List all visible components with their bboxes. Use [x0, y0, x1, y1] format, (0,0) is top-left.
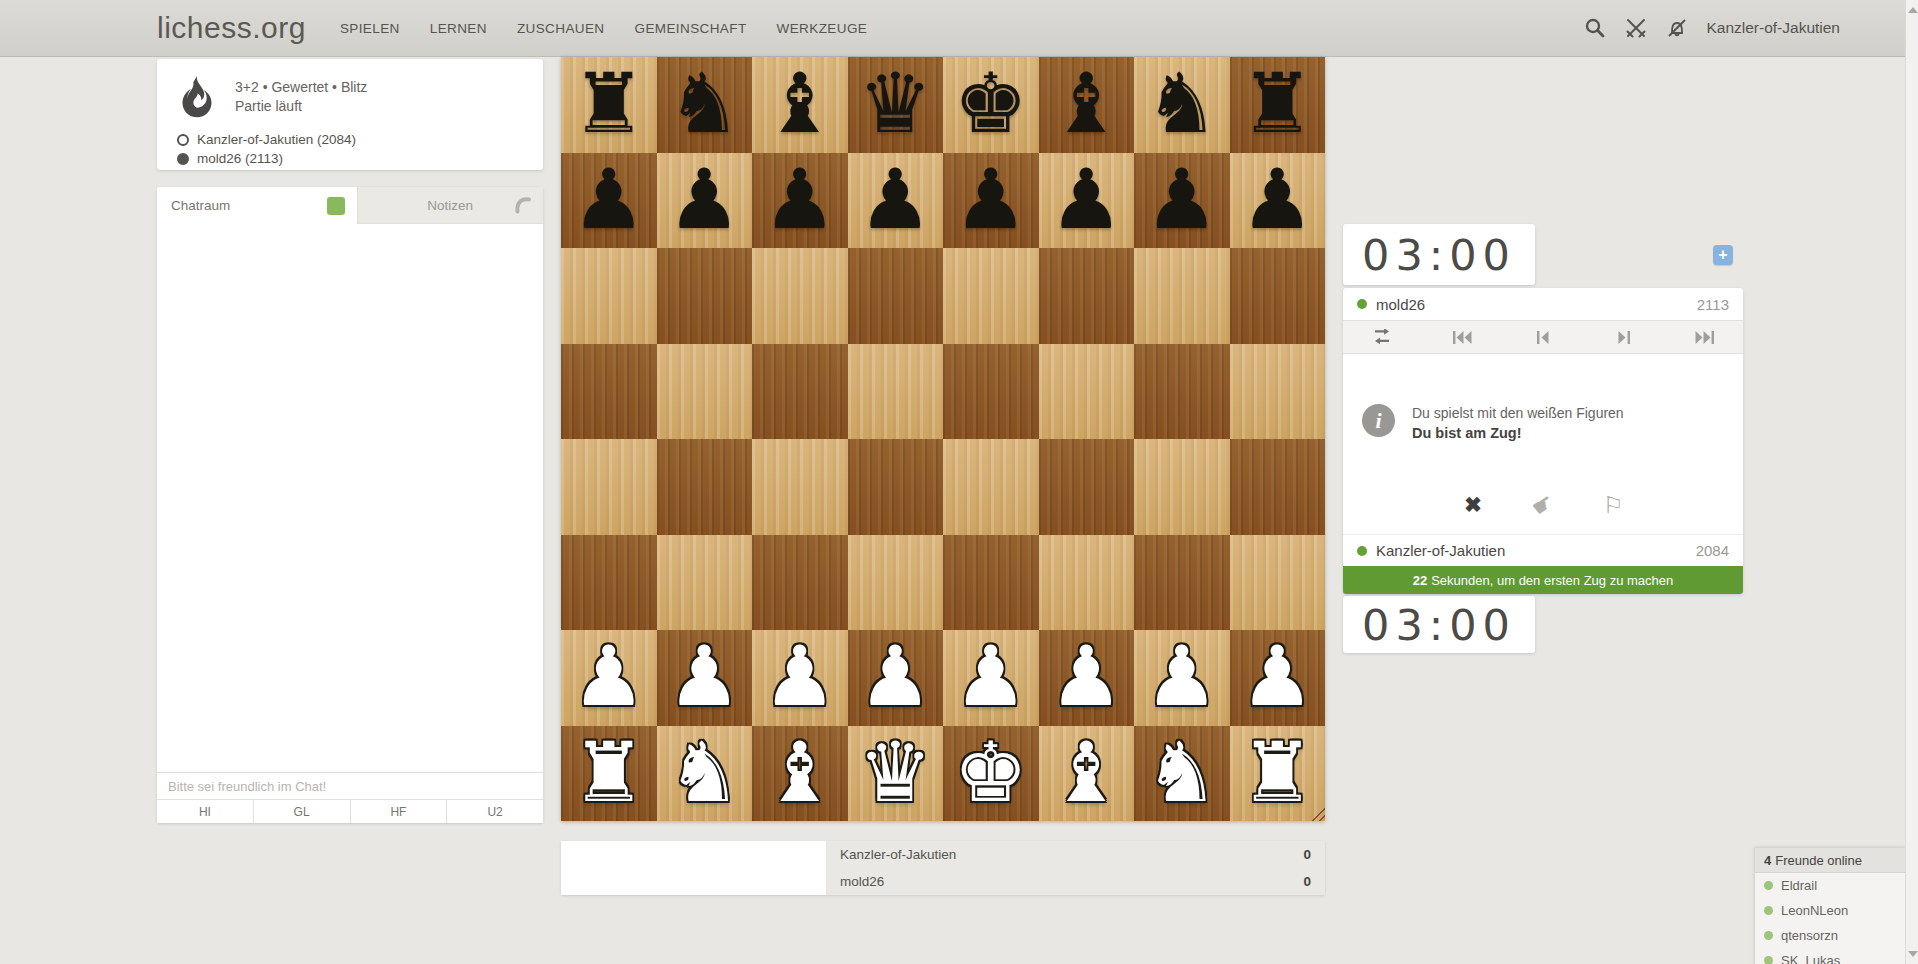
square-f6[interactable] — [1039, 248, 1135, 344]
square-h3[interactable] — [1230, 535, 1326, 631]
square-d4[interactable] — [848, 439, 944, 535]
chat-toggle[interactable] — [327, 197, 345, 215]
game-side-panel: mold26 2113 i Du spielst mit den weißen … — [1343, 288, 1743, 594]
abort-game-icon[interactable]: ✖ — [1460, 492, 1486, 518]
square-e5[interactable] — [943, 344, 1039, 440]
white-r-piece[interactable]: ♜ — [561, 726, 657, 820]
white-player-disc-icon — [177, 134, 189, 146]
black-n-piece[interactable]: ♞ — [657, 57, 753, 151]
online-dot-icon — [1764, 931, 1773, 940]
square-f2[interactable]: ♟ — [1039, 630, 1135, 726]
nav-link-spielen[interactable]: SPIELEN — [340, 21, 400, 36]
square-g4[interactable] — [1134, 439, 1230, 535]
black-k-piece[interactable]: ♚ — [943, 57, 1039, 151]
game-status: Partie läuft — [235, 97, 367, 116]
black-p-piece[interactable]: ♟ — [943, 153, 1039, 247]
last-move-icon[interactable] — [1693, 328, 1715, 346]
nav-link-zuschauen[interactable]: ZUSCHAUEN — [517, 21, 605, 36]
top-nav-bar: lichess.org SPIELENLERNENZUSCHAUENGEMEIN… — [0, 0, 1918, 57]
black-b-piece[interactable]: ♝ — [752, 57, 848, 151]
square-b4[interactable] — [657, 439, 753, 535]
square-c3[interactable] — [752, 535, 848, 631]
crosstable-score: 0 — [1303, 847, 1311, 862]
crosstable-row[interactable]: Kanzler-of-Jakutien0 — [826, 841, 1325, 868]
status-message-area: i Du spielst mit den weißen Figuren Du b… — [1343, 354, 1743, 534]
game-meta: 3+2 • Gewertet • Blitz — [235, 78, 367, 97]
square-f4[interactable] — [1039, 439, 1135, 535]
white-r-piece[interactable]: ♜ — [1230, 726, 1326, 820]
opponent-name[interactable]: mold26 — [1376, 296, 1425, 313]
square-b3[interactable] — [657, 535, 753, 631]
blitz-flame-icon — [177, 75, 217, 121]
square-e7[interactable]: ♟ — [943, 153, 1039, 249]
white-p-piece[interactable]: ♟ — [752, 630, 848, 724]
white-k-piece[interactable]: ♚ — [943, 726, 1039, 820]
friend-item[interactable]: SK_Lukas — [1755, 948, 1906, 964]
info-icon: i — [1362, 404, 1395, 437]
chat-input[interactable] — [157, 772, 543, 799]
lichess-logo[interactable]: lichess.org — [157, 11, 306, 45]
square-b5[interactable] — [657, 344, 753, 440]
chat-preset-hi[interactable]: HI — [157, 800, 253, 823]
square-d7[interactable]: ♟ — [848, 153, 944, 249]
square-c7[interactable]: ♟ — [752, 153, 848, 249]
draw-offer-hand-icon[interactable]: ☛ — [1525, 487, 1561, 523]
square-a6[interactable] — [561, 248, 657, 344]
square-a1[interactable]: ♜ — [561, 726, 657, 822]
square-b8[interactable]: ♞ — [657, 57, 753, 153]
square-a5[interactable] — [561, 344, 657, 440]
square-a2[interactable]: ♟ — [561, 630, 657, 726]
white-n-piece[interactable]: ♞ — [657, 726, 753, 820]
resign-flag-icon[interactable]: ⚐ — [1600, 492, 1626, 518]
black-p-piece[interactable]: ♟ — [1134, 153, 1230, 247]
online-dot-icon — [1764, 956, 1773, 964]
scroll-down-icon[interactable] — [1908, 951, 1918, 957]
white-p-piece[interactable]: ♟ — [1039, 630, 1135, 724]
page-scrollbar[interactable] — [1905, 0, 1918, 964]
online-dot-icon — [1357, 546, 1367, 556]
square-g7[interactable]: ♟ — [1134, 153, 1230, 249]
white-b-piece[interactable]: ♝ — [1039, 726, 1135, 820]
flip-board-icon[interactable] — [1371, 328, 1393, 346]
game-info-panel: 3+2 • Gewertet • Blitz Partie läuft Kanz… — [157, 59, 543, 170]
square-g5[interactable] — [1134, 344, 1230, 440]
online-dot-icon — [1764, 906, 1773, 915]
crosstable-player: Kanzler-of-Jakutien — [840, 847, 956, 862]
chat-messages — [157, 224, 543, 772]
friends-online-box: 4 Freunde online EldrailLeonNLeonqtensor… — [1755, 848, 1906, 964]
first-move-timer-banner: 22 Sekunden, um den ersten Zug zu machen — [1343, 566, 1743, 594]
square-d1[interactable]: ♛ — [848, 726, 944, 822]
square-b1[interactable]: ♞ — [657, 726, 753, 822]
square-e4[interactable] — [943, 439, 1039, 535]
square-b6[interactable] — [657, 248, 753, 344]
move-list — [561, 841, 826, 895]
square-g6[interactable] — [1134, 248, 1230, 344]
nav-link-lernen[interactable]: LERNEN — [430, 21, 487, 36]
square-a8[interactable]: ♜ — [561, 57, 657, 153]
square-a4[interactable] — [561, 439, 657, 535]
black-p-piece[interactable]: ♟ — [1230, 153, 1326, 247]
online-dot-icon — [1357, 299, 1367, 309]
white-n-piece[interactable]: ♞ — [1134, 726, 1230, 820]
square-a7[interactable]: ♟ — [561, 153, 657, 249]
black-p-piece[interactable]: ♟ — [1039, 153, 1135, 247]
move-nav-bar — [1343, 320, 1743, 354]
square-h1[interactable]: ♜ — [1230, 726, 1326, 822]
square-c4[interactable] — [752, 439, 848, 535]
prev-move-icon[interactable] — [1532, 328, 1554, 346]
black-p-piece[interactable]: ♟ — [561, 153, 657, 247]
challenge-swords-icon[interactable] — [1624, 16, 1648, 40]
black-p-piece[interactable]: ♟ — [848, 153, 944, 247]
nav-link-werkzeuge[interactable]: WERKZEUGE — [777, 21, 868, 36]
square-b7[interactable]: ♟ — [657, 153, 753, 249]
square-d5[interactable] — [848, 344, 944, 440]
square-d8[interactable]: ♛ — [848, 57, 944, 153]
square-h4[interactable] — [1230, 439, 1326, 535]
crosstable-score: 0 — [1303, 874, 1311, 889]
square-f7[interactable]: ♟ — [1039, 153, 1135, 249]
crosstable-player: mold26 — [840, 874, 884, 889]
square-e3[interactable] — [943, 535, 1039, 631]
square-h6[interactable] — [1230, 248, 1326, 344]
player-row: Kanzler-of-Jakutien 2084 — [1343, 534, 1743, 566]
square-e1[interactable]: ♚ — [943, 726, 1039, 822]
tab-notes[interactable]: Notizen — [357, 187, 544, 224]
black-player-link[interactable]: mold26 (2113) — [177, 149, 529, 168]
friend-item[interactable]: Eldrail — [1755, 873, 1906, 898]
square-c1[interactable]: ♝ — [752, 726, 848, 822]
square-g3[interactable] — [1134, 535, 1230, 631]
square-d3[interactable] — [848, 535, 944, 631]
give-time-button[interactable]: + — [1713, 245, 1733, 265]
square-f8[interactable]: ♝ — [1039, 57, 1135, 153]
black-player-disc-icon — [177, 153, 189, 165]
opponent-rating: 2113 — [1697, 296, 1729, 313]
side-to-move-text: Du spielst mit den weißen Figuren — [1412, 404, 1624, 423]
notifications-muted-icon[interactable] — [1665, 16, 1689, 40]
square-c6[interactable] — [752, 248, 848, 344]
first-move-icon[interactable] — [1452, 328, 1474, 346]
chat-preset-u2[interactable]: U2 — [446, 800, 543, 823]
white-p-piece[interactable]: ♟ — [561, 630, 657, 724]
scroll-up-icon[interactable] — [1908, 7, 1918, 13]
friend-item[interactable]: qtensorzn — [1755, 923, 1906, 948]
black-b-piece[interactable]: ♝ — [1039, 57, 1135, 151]
black-q-piece[interactable]: ♛ — [848, 57, 944, 151]
square-h5[interactable] — [1230, 344, 1326, 440]
white-player-link[interactable]: Kanzler-of-Jakutien (2084) — [177, 130, 529, 149]
square-h7[interactable]: ♟ — [1230, 153, 1326, 249]
chat-preset-gl[interactable]: GL — [253, 800, 350, 823]
nav-link-gemeinschaft[interactable]: GEMEINSCHAFT — [635, 21, 747, 36]
crosstable-row[interactable]: mold260 — [826, 868, 1325, 895]
opponent-row: mold26 2113 — [1343, 288, 1743, 320]
square-d2[interactable]: ♟ — [848, 630, 944, 726]
next-move-icon[interactable] — [1613, 328, 1635, 346]
opponent-clock: 03:00 — [1343, 224, 1535, 285]
square-f1[interactable]: ♝ — [1039, 726, 1135, 822]
white-q-piece[interactable]: ♛ — [848, 726, 944, 820]
black-r-piece[interactable]: ♜ — [1230, 57, 1326, 151]
square-c8[interactable]: ♝ — [752, 57, 848, 153]
white-b-piece[interactable]: ♝ — [752, 726, 848, 820]
black-p-piece[interactable]: ♟ — [752, 153, 848, 247]
chess-board: ♜♞♝♛♚♝♞♜♟♟♟♟♟♟♟♟♟♟♟♟♟♟♟♟♜♞♝♛♚♝♞♜ — [561, 57, 1325, 821]
player-clock: 03:00 — [1343, 596, 1535, 653]
crosstable: Kanzler-of-Jakutien0mold260 — [561, 841, 1325, 895]
search-icon[interactable] — [1583, 16, 1607, 40]
square-c5[interactable] — [752, 344, 848, 440]
player-rating: 2084 — [1696, 542, 1729, 559]
square-e2[interactable]: ♟ — [943, 630, 1039, 726]
white-p-piece[interactable]: ♟ — [1134, 630, 1230, 724]
square-d6[interactable] — [848, 248, 944, 344]
friends-online-header[interactable]: 4 Freunde online — [1755, 848, 1906, 873]
black-p-piece[interactable]: ♟ — [657, 153, 753, 247]
friend-item[interactable]: LeonNLeon — [1755, 898, 1906, 923]
friends-list: EldrailLeonNLeonqtensorznSK_Lukas — [1755, 873, 1906, 964]
black-r-piece[interactable]: ♜ — [561, 57, 657, 151]
your-turn-text: Du bist am Zug! — [1412, 423, 1624, 443]
square-h8[interactable]: ♜ — [1230, 57, 1326, 153]
user-menu[interactable]: Kanzler-of-Jakutien — [1706, 19, 1840, 37]
chat-preset-hf[interactable]: HF — [350, 800, 447, 823]
square-f5[interactable] — [1039, 344, 1135, 440]
player-name[interactable]: Kanzler-of-Jakutien — [1376, 542, 1505, 559]
tab-chatroom[interactable]: Chatraum — [157, 187, 357, 224]
square-f3[interactable] — [1039, 535, 1135, 631]
chat-panel: Chatraum Notizen HIGLHFU2 — [157, 187, 543, 823]
square-h2[interactable]: ♟ — [1230, 630, 1326, 726]
square-g1[interactable]: ♞ — [1134, 726, 1230, 822]
square-b2[interactable]: ♟ — [657, 630, 753, 726]
square-a3[interactable] — [561, 535, 657, 631]
black-n-piece[interactable]: ♞ — [1134, 57, 1230, 151]
square-e6[interactable] — [943, 248, 1039, 344]
square-e8[interactable]: ♚ — [943, 57, 1039, 153]
main-nav: SPIELENLERNENZUSCHAUENGEMEINSCHAFTWERKZE… — [340, 21, 867, 36]
chat-presets: HIGLHFU2 — [157, 799, 543, 823]
white-p-piece[interactable]: ♟ — [848, 630, 944, 724]
white-p-piece[interactable]: ♟ — [657, 630, 753, 724]
square-c2[interactable]: ♟ — [752, 630, 848, 726]
crosstable-scores: Kanzler-of-Jakutien0mold260 — [826, 841, 1325, 895]
square-g8[interactable]: ♞ — [1134, 57, 1230, 153]
white-p-piece[interactable]: ♟ — [1230, 630, 1326, 724]
white-p-piece[interactable]: ♟ — [943, 630, 1039, 724]
phone-icon[interactable] — [513, 195, 533, 215]
square-g2[interactable]: ♟ — [1134, 630, 1230, 726]
online-dot-icon — [1764, 881, 1773, 890]
